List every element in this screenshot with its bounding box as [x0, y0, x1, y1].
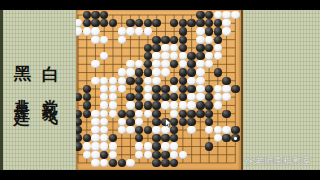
black-stone: [126, 19, 134, 27]
white-stone: [100, 142, 108, 150]
black-stone: [196, 19, 204, 27]
white-stone: [126, 68, 134, 76]
black-stone: [118, 110, 126, 118]
black-stone: [144, 101, 152, 109]
white-stone: [118, 27, 126, 35]
white-stone: [170, 142, 178, 150]
black-stone: [161, 36, 169, 44]
last-move-marker: [234, 137, 237, 140]
black-stone: [179, 27, 187, 35]
white-stone: [91, 142, 99, 150]
letterbox-top: [0, 0, 320, 10]
black-stone: [91, 11, 99, 19]
black-stone: [179, 44, 187, 52]
white-stone: [161, 52, 169, 60]
black-stone: [152, 151, 160, 159]
white-stone: [161, 142, 169, 150]
white-stone: [109, 77, 117, 85]
black-stone: [126, 110, 134, 118]
right-background-panel: [241, 10, 320, 170]
white-stone: [135, 142, 143, 150]
white-stone: [144, 85, 152, 93]
white-stone: [214, 126, 222, 134]
black-stone: [179, 110, 187, 118]
white-stone: [196, 60, 204, 68]
black-stone: [231, 126, 239, 134]
black-stone: [196, 101, 204, 109]
white-stone: [152, 126, 160, 134]
black-stone: [161, 93, 169, 101]
white-stone: [91, 77, 99, 85]
white-stone: [152, 52, 160, 60]
black-stone: [187, 110, 195, 118]
white-stone: [222, 11, 230, 19]
white-stone: [144, 110, 152, 118]
black-stone: [179, 118, 187, 126]
white-stone: [152, 68, 160, 76]
black-stone: [152, 118, 160, 126]
black-stone: [231, 134, 239, 142]
white-stone: [109, 101, 117, 109]
black-stone: [187, 85, 195, 93]
white-stone: [118, 126, 126, 134]
white-stone: [222, 126, 230, 134]
white-stone: [83, 142, 91, 150]
white-stone: [231, 11, 239, 19]
black-stone: [196, 110, 204, 118]
white-stone: [76, 27, 82, 35]
white-stone: [161, 44, 169, 52]
black-stone: [196, 44, 204, 52]
white-stone: [222, 27, 230, 35]
black-stone: [83, 85, 91, 93]
watermark-text: 徐老师围棋教室: [245, 155, 320, 168]
black-stone: [196, 52, 204, 60]
white-stone: [91, 27, 99, 35]
black-stone: [135, 68, 143, 76]
white-stone: [196, 36, 204, 44]
white-stone: [222, 93, 230, 101]
black-player-name: 芈昱廷: [14, 86, 30, 101]
white-stone: [91, 134, 99, 142]
white-stone: [109, 110, 117, 118]
black-stone: [187, 52, 195, 60]
black-stone: [214, 68, 222, 76]
black-stone: [205, 110, 213, 118]
black-stone: [205, 101, 213, 109]
white-stone: [126, 101, 134, 109]
white-stone: [126, 60, 134, 68]
left-info-panel: 黑 白 芈昱廷 党毅飞: [0, 10, 79, 170]
white-stone: [222, 85, 230, 93]
black-stone: [179, 77, 187, 85]
white-stone: [91, 126, 99, 134]
white-stone: [161, 68, 169, 76]
black-stone: [196, 11, 204, 19]
black-stone: [152, 101, 160, 109]
white-stone: [179, 151, 187, 159]
black-stone: [214, 36, 222, 44]
black-stone: [161, 151, 169, 159]
black-stone: [126, 118, 134, 126]
white-stone: [187, 93, 195, 101]
black-stone: [135, 101, 143, 109]
black-stone: [152, 159, 160, 167]
white-stone: [144, 151, 152, 159]
white-stone: [118, 85, 126, 93]
black-stone: [152, 85, 160, 93]
black-stone: [161, 85, 169, 93]
white-stone: [109, 151, 117, 159]
white-stone: [118, 36, 126, 44]
black-stone: [170, 36, 178, 44]
white-stone: [118, 77, 126, 85]
black-stone: [144, 68, 152, 76]
white-stone: [196, 77, 204, 85]
white-stone: [126, 159, 134, 167]
white-stone: [214, 44, 222, 52]
white-stone: [144, 27, 152, 35]
black-stone: [179, 68, 187, 76]
black-stone: [187, 19, 195, 27]
white-stone: [196, 68, 204, 76]
white-stone: [187, 77, 195, 85]
mouse-cursor-icon: [165, 118, 173, 128]
black-stone: [222, 77, 230, 85]
white-stone: [126, 27, 134, 35]
white-stone: [222, 19, 230, 27]
black-stone: [83, 110, 91, 118]
white-stone: [118, 118, 126, 126]
white-stone: [196, 27, 204, 35]
white-stone: [118, 68, 126, 76]
black-stone: [179, 85, 187, 93]
black-stone: [152, 44, 160, 52]
white-stone: [100, 110, 108, 118]
black-stone: [214, 27, 222, 35]
black-stone: [126, 93, 134, 101]
white-stone: [214, 101, 222, 109]
black-stone: [152, 142, 160, 150]
black-stone: [161, 134, 169, 142]
black-stone: [83, 11, 91, 19]
white-stone: [214, 85, 222, 93]
white-player-name: 党毅飞: [42, 86, 58, 101]
black-stone: [205, 27, 213, 35]
black-stone: [83, 101, 91, 109]
black-stone: [205, 142, 213, 150]
white-stone: [161, 60, 169, 68]
white-stone: [152, 77, 160, 85]
white-stone: [144, 142, 152, 150]
white-stone: [170, 151, 178, 159]
black-stone: [91, 19, 99, 27]
letterbox-bottom: [0, 170, 320, 180]
black-stone: [152, 110, 160, 118]
black-stone: [126, 77, 134, 85]
white-stone: [179, 101, 187, 109]
black-stone: [179, 36, 187, 44]
black-stone: [187, 118, 195, 126]
video-frame: 黑 白 芈昱廷 党毅飞 徐老师围棋教室: [0, 0, 320, 180]
white-stone: [161, 101, 169, 109]
white-stone: [187, 101, 195, 109]
white-stone: [135, 110, 143, 118]
black-stone: [161, 159, 169, 167]
white-stone: [170, 110, 178, 118]
white-stone: [196, 93, 204, 101]
white-stone: [205, 36, 213, 44]
white-stone: [144, 77, 152, 85]
white-stone: [100, 36, 108, 44]
white-stone: [196, 85, 204, 93]
white-stone: [91, 118, 99, 126]
white-stone: [109, 142, 117, 150]
black-stone: [118, 159, 126, 167]
go-board[interactable]: [76, 10, 241, 170]
white-stone: [83, 151, 91, 159]
black-stone: [231, 85, 239, 93]
white-stone: [91, 159, 99, 167]
white-stone: [91, 110, 99, 118]
white-stone: [126, 126, 134, 134]
white-stone: [187, 126, 195, 134]
black-stone: [144, 44, 152, 52]
white-stone: [91, 151, 99, 159]
black-stone: [152, 36, 160, 44]
white-stone: [83, 27, 91, 35]
black-stone: [187, 68, 195, 76]
white-stone: [170, 101, 178, 109]
white-stone: [214, 11, 222, 19]
white-stone: [135, 27, 143, 35]
white-stone: [91, 36, 99, 44]
white-stone: [91, 60, 99, 68]
white-stone: [100, 101, 108, 109]
black-stone: [222, 110, 230, 118]
